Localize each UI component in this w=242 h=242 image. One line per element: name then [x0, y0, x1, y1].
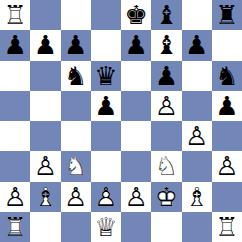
white-piece-outline-layer: ♙ [212, 151, 242, 181]
square-f1[interactable] [151, 212, 181, 242]
square-f4[interactable] [151, 121, 181, 151]
piece-white-pawn[interactable]: ♟♙ [0, 182, 30, 212]
piece-black-rook[interactable]: ♜ [212, 0, 242, 30]
square-d3[interactable] [91, 151, 121, 181]
black-piece-layer: ♝ [151, 30, 181, 60]
white-piece-outline-layer: ♙ [61, 182, 91, 212]
square-a1[interactable]: ♜♖ [0, 212, 30, 242]
white-piece-outline-layer: ♔ [151, 182, 181, 212]
square-b8[interactable] [30, 0, 60, 30]
piece-white-pawn[interactable]: ♟♙ [61, 182, 91, 212]
white-piece-outline-layer: ♙ [0, 182, 30, 212]
square-b3[interactable]: ♟♙ [30, 151, 60, 181]
square-b1[interactable] [30, 212, 60, 242]
square-f8[interactable]: ♝ [151, 0, 181, 30]
square-g8[interactable] [182, 0, 212, 30]
square-d7[interactable] [91, 30, 121, 60]
piece-black-pawn[interactable]: ♟ [151, 61, 181, 91]
black-piece-layer: ♟ [30, 30, 60, 60]
piece-black-bishop[interactable]: ♝ [151, 30, 181, 60]
square-c2[interactable]: ♟♙ [61, 182, 91, 212]
square-a8[interactable]: ♜♖ [0, 0, 30, 30]
white-piece-outline-layer: ♘ [61, 151, 91, 181]
piece-black-pawn[interactable]: ♟ [0, 30, 30, 60]
square-e8[interactable]: ♚ [121, 0, 151, 30]
piece-black-pawn[interactable]: ♟ [212, 91, 242, 121]
piece-white-rook[interactable]: ♜♖ [0, 212, 30, 242]
piece-black-pawn[interactable]: ♟ [91, 91, 121, 121]
square-d5[interactable]: ♟ [91, 91, 121, 121]
square-b5[interactable] [30, 91, 60, 121]
white-piece-outline-layer: ♖ [0, 212, 30, 242]
black-piece-layer: ♛ [91, 61, 121, 91]
square-h6[interactable]: ♞ [212, 61, 242, 91]
square-b4[interactable] [30, 121, 60, 151]
square-h8[interactable]: ♜ [212, 0, 242, 30]
square-g1[interactable] [182, 212, 212, 242]
piece-black-king[interactable]: ♚ [121, 0, 151, 30]
piece-black-pawn[interactable]: ♟ [182, 30, 212, 60]
black-piece-layer: ♟ [182, 30, 212, 60]
square-a5[interactable] [0, 91, 30, 121]
square-d8[interactable] [91, 0, 121, 30]
square-f3[interactable]: ♞♘ [151, 151, 181, 181]
square-d6[interactable]: ♛ [91, 61, 121, 91]
square-a4[interactable] [0, 121, 30, 151]
square-c4[interactable] [61, 121, 91, 151]
square-c5[interactable] [61, 91, 91, 121]
square-g5[interactable] [182, 91, 212, 121]
black-piece-layer: ♞ [212, 61, 242, 91]
chess-board: ♜♖♚♝♜♟♟♟♟♝♟♞♛♟♞♟♟♙♟♟♙♟♙♞♘♞♘♟♙♟♙♝♗♟♙♟♙♟♙♚… [0, 0, 242, 242]
piece-white-knight[interactable]: ♞♘ [151, 151, 181, 181]
square-h4[interactable] [212, 121, 242, 151]
piece-white-pawn[interactable]: ♟♙ [91, 182, 121, 212]
white-piece-outline-layer: ♖ [212, 212, 242, 242]
black-piece-layer: ♟ [151, 61, 181, 91]
white-piece-outline-layer: ♘ [151, 151, 181, 181]
square-g2[interactable]: ♝♗ [182, 182, 212, 212]
piece-black-bishop[interactable]: ♝ [151, 0, 181, 30]
black-piece-layer: ♟ [121, 30, 151, 60]
square-d4[interactable] [91, 121, 121, 151]
square-f2[interactable]: ♚♔ [151, 182, 181, 212]
square-c1[interactable] [61, 212, 91, 242]
white-piece-outline-layer: ♙ [182, 121, 212, 151]
square-h1[interactable]: ♜♖ [212, 212, 242, 242]
square-c8[interactable] [61, 0, 91, 30]
square-c3[interactable]: ♞♘ [61, 151, 91, 181]
square-f5[interactable]: ♟♙ [151, 91, 181, 121]
square-d2[interactable]: ♟♙ [91, 182, 121, 212]
square-h5[interactable]: ♟ [212, 91, 242, 121]
piece-black-pawn[interactable]: ♟ [121, 30, 151, 60]
square-e4[interactable] [121, 121, 151, 151]
piece-white-pawn[interactable]: ♟♙ [212, 151, 242, 181]
black-piece-layer: ♟ [91, 91, 121, 121]
square-f7[interactable]: ♝ [151, 30, 181, 60]
square-g3[interactable] [182, 151, 212, 181]
black-piece-layer: ♟ [0, 30, 30, 60]
piece-black-knight[interactable]: ♞ [212, 61, 242, 91]
square-c6[interactable]: ♞ [61, 61, 91, 91]
piece-white-king[interactable]: ♚♔ [151, 182, 181, 212]
square-b6[interactable] [30, 61, 60, 91]
white-piece-outline-layer: ♗ [182, 182, 212, 212]
white-piece-outline-layer: ♕ [91, 212, 121, 242]
white-piece-outline-layer: ♙ [30, 151, 60, 181]
piece-black-pawn[interactable]: ♟ [30, 30, 60, 60]
square-a3[interactable] [0, 151, 30, 181]
piece-white-pawn[interactable]: ♟♙ [30, 151, 60, 181]
square-b2[interactable]: ♝♗ [30, 182, 60, 212]
piece-white-pawn[interactable]: ♟♙ [151, 91, 181, 121]
white-piece-outline-layer: ♙ [151, 91, 181, 121]
black-piece-layer: ♟ [61, 30, 91, 60]
piece-white-pawn[interactable]: ♟♙ [121, 182, 151, 212]
square-f6[interactable]: ♟ [151, 61, 181, 91]
square-a7[interactable]: ♟ [0, 30, 30, 60]
black-piece-layer: ♜ [212, 0, 242, 30]
square-a6[interactable] [0, 61, 30, 91]
square-h7[interactable] [212, 30, 242, 60]
square-e6[interactable] [121, 61, 151, 91]
white-piece-outline-layer: ♗ [30, 182, 60, 212]
piece-black-queen[interactable]: ♛ [91, 61, 121, 91]
square-d1[interactable]: ♛♕ [91, 212, 121, 242]
piece-black-knight[interactable]: ♞ [61, 61, 91, 91]
square-e1[interactable] [121, 212, 151, 242]
black-piece-layer: ♝ [151, 0, 181, 30]
white-piece-outline-layer: ♖ [0, 0, 30, 30]
square-c7[interactable]: ♟ [61, 30, 91, 60]
piece-white-queen[interactable]: ♛♕ [91, 212, 121, 242]
piece-white-knight[interactable]: ♞♘ [61, 151, 91, 181]
black-piece-layer: ♟ [212, 91, 242, 121]
square-h2[interactable] [212, 182, 242, 212]
black-piece-layer: ♚ [121, 0, 151, 30]
square-h3[interactable]: ♟♙ [212, 151, 242, 181]
square-e7[interactable]: ♟ [121, 30, 151, 60]
square-a2[interactable]: ♟♙ [0, 182, 30, 212]
white-piece-outline-layer: ♙ [91, 182, 121, 212]
black-piece-layer: ♞ [61, 61, 91, 91]
piece-white-bishop[interactable]: ♝♗ [30, 182, 60, 212]
piece-white-bishop[interactable]: ♝♗ [182, 182, 212, 212]
piece-white-rook[interactable]: ♜♖ [212, 212, 242, 242]
square-g4[interactable]: ♟♙ [182, 121, 212, 151]
square-e2[interactable]: ♟♙ [121, 182, 151, 212]
piece-black-pawn[interactable]: ♟ [61, 30, 91, 60]
piece-white-rook[interactable]: ♜♖ [0, 0, 30, 30]
piece-white-pawn[interactable]: ♟♙ [182, 121, 212, 151]
square-g7[interactable]: ♟ [182, 30, 212, 60]
square-g6[interactable] [182, 61, 212, 91]
square-e5[interactable] [121, 91, 151, 121]
square-e3[interactable] [121, 151, 151, 181]
square-b7[interactable]: ♟ [30, 30, 60, 60]
white-piece-outline-layer: ♙ [121, 182, 151, 212]
